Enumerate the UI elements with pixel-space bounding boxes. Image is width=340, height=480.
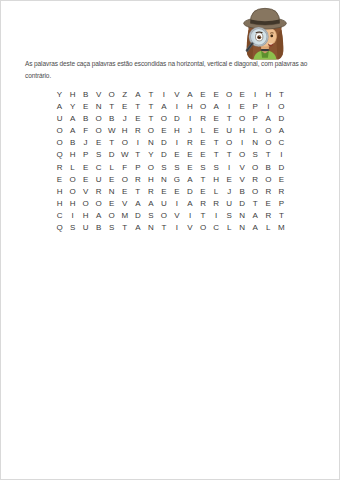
grid-cell[interactable]: I: [170, 100, 183, 112]
grid-cell[interactable]: I: [249, 88, 262, 100]
grid-cell[interactable]: P: [249, 100, 262, 112]
grid-cell[interactable]: O: [236, 149, 249, 161]
grid-cell[interactable]: N: [236, 210, 249, 222]
grid-cell[interactable]: A: [183, 198, 196, 210]
grid-cell[interactable]: T: [275, 88, 288, 100]
grid-cell[interactable]: T: [223, 149, 236, 161]
grid-cell[interactable]: E: [170, 149, 183, 161]
grid-cell[interactable]: S: [144, 210, 157, 222]
grid-cell[interactable]: R: [131, 125, 144, 137]
grid-cell[interactable]: H: [236, 125, 249, 137]
grid-cell[interactable]: H: [170, 125, 183, 137]
grid-cell[interactable]: H: [262, 88, 275, 100]
grid-cell[interactable]: E: [183, 161, 196, 173]
worksheet-page: As palavras deste caça palavras estão es…: [0, 0, 340, 480]
grid-cell[interactable]: I: [223, 100, 236, 112]
grid-cell[interactable]: D: [170, 112, 183, 124]
grid-cell[interactable]: T: [210, 149, 223, 161]
grid-cell[interactable]: I: [183, 210, 196, 222]
grid-cell[interactable]: Q: [53, 149, 66, 161]
grid-cell[interactable]: I: [223, 161, 236, 173]
grid-cell[interactable]: Z: [118, 88, 131, 100]
grid-cell[interactable]: Y: [66, 100, 79, 112]
grid-cell[interactable]: T: [223, 112, 236, 124]
grid-cell[interactable]: T: [118, 222, 131, 234]
grid-cell[interactable]: G: [170, 173, 183, 185]
grid-cell[interactable]: T: [197, 173, 210, 185]
grid-cell[interactable]: O: [262, 137, 275, 149]
grid-cell[interactable]: O: [144, 161, 157, 173]
grid-cell[interactable]: R: [183, 137, 196, 149]
grid-cell[interactable]: E: [131, 112, 144, 124]
grid-cell[interactable]: A: [157, 100, 170, 112]
grid-cell[interactable]: B: [66, 137, 79, 149]
grid-cell[interactable]: B: [92, 222, 105, 234]
grid-cell[interactable]: V: [79, 185, 92, 197]
grid-cell[interactable]: A: [131, 222, 144, 234]
grid-cell[interactable]: H: [210, 173, 223, 185]
grid-cell[interactable]: R: [92, 185, 105, 197]
instructions-text: As palavras deste caça palavras estão es…: [25, 58, 327, 81]
grid-cell[interactable]: O: [262, 173, 275, 185]
grid-cell[interactable]: Q: [53, 222, 66, 234]
grid-cell[interactable]: U: [53, 112, 66, 124]
grid-cell[interactable]: O: [92, 125, 105, 137]
grid-cell[interactable]: A: [92, 210, 105, 222]
grid-cell[interactable]: S: [223, 210, 236, 222]
grid-cell[interactable]: E: [79, 173, 92, 185]
grid-cell[interactable]: E: [183, 149, 196, 161]
grid-cell[interactable]: E: [53, 173, 66, 185]
grid-cell[interactable]: I: [66, 210, 79, 222]
grid-cell[interactable]: O: [223, 137, 236, 149]
grid-cell[interactable]: F: [118, 161, 131, 173]
grid-cell[interactable]: O: [53, 137, 66, 149]
grid-cell[interactable]: V: [170, 210, 183, 222]
grid-cell[interactable]: O: [118, 137, 131, 149]
grid-cell[interactable]: C: [53, 210, 66, 222]
grid-cell[interactable]: H: [53, 185, 66, 197]
grid-cell[interactable]: I: [275, 149, 288, 161]
grid-cell[interactable]: O: [79, 198, 92, 210]
grid-cell[interactable]: A: [131, 198, 144, 210]
grid-cell[interactable]: O: [223, 88, 236, 100]
grid-cell[interactable]: A: [249, 222, 262, 234]
grid-cell[interactable]: A: [210, 100, 223, 112]
grid-cell[interactable]: N: [144, 137, 157, 149]
grid-cell[interactable]: N: [157, 173, 170, 185]
grid-cell[interactable]: O: [262, 125, 275, 137]
grid-cell[interactable]: E: [262, 198, 275, 210]
grid-cell[interactable]: T: [249, 198, 262, 210]
grid-cell[interactable]: H: [66, 149, 79, 161]
grid-cell[interactable]: J: [79, 137, 92, 149]
grid-cell[interactable]: O: [236, 112, 249, 124]
grid-cell[interactable]: I: [183, 112, 196, 124]
grid-cell[interactable]: T: [197, 210, 210, 222]
grid-cell[interactable]: P: [131, 161, 144, 173]
grid-cell[interactable]: I: [170, 222, 183, 234]
grid-cell[interactable]: D: [131, 210, 144, 222]
grid-cell[interactable]: E: [197, 149, 210, 161]
grid-cell[interactable]: S: [249, 149, 262, 161]
grid-cell[interactable]: S: [197, 161, 210, 173]
grid-cell[interactable]: E: [223, 173, 236, 185]
grid-cell[interactable]: O: [144, 125, 157, 137]
grid-cell[interactable]: B: [262, 161, 275, 173]
grid-cell[interactable]: O: [118, 173, 131, 185]
grid-cell[interactable]: E: [105, 198, 118, 210]
grid-cell[interactable]: L: [66, 161, 79, 173]
grid-cell[interactable]: F: [79, 125, 92, 137]
grid-cell[interactable]: L: [197, 125, 210, 137]
grid-cell[interactable]: E: [197, 185, 210, 197]
grid-cell[interactable]: B: [236, 185, 249, 197]
grid-cell[interactable]: A: [249, 210, 262, 222]
grid-cell[interactable]: O: [92, 112, 105, 124]
grid-cell[interactable]: E: [118, 185, 131, 197]
grid-cell[interactable]: O: [53, 125, 66, 137]
grid-cell[interactable]: R: [262, 210, 275, 222]
grid-cell[interactable]: H: [66, 198, 79, 210]
grid-cell[interactable]: E: [79, 100, 92, 112]
grid-cell[interactable]: M: [275, 222, 288, 234]
grid-cell[interactable]: P: [275, 198, 288, 210]
grid-cell[interactable]: E: [275, 173, 288, 185]
grid-cell[interactable]: O: [66, 173, 79, 185]
grid-cell[interactable]: Y: [53, 88, 66, 100]
grid-cell[interactable]: E: [210, 112, 223, 124]
grid-cell[interactable]: A: [131, 88, 144, 100]
grid-cell[interactable]: L: [223, 222, 236, 234]
grid-cell[interactable]: E: [170, 185, 183, 197]
grid-cell[interactable]: A: [144, 198, 157, 210]
grid-cell[interactable]: O: [157, 112, 170, 124]
grid-cell[interactable]: B: [79, 88, 92, 100]
grid-cell[interactable]: J: [118, 112, 131, 124]
grid-cell[interactable]: E: [210, 125, 223, 137]
grid-cell[interactable]: O: [197, 100, 210, 112]
grid-cell[interactable]: U: [79, 222, 92, 234]
grid-cell[interactable]: C: [210, 222, 223, 234]
grid-cell[interactable]: V: [236, 161, 249, 173]
grid-cell[interactable]: H: [144, 173, 157, 185]
grid-cell[interactable]: E: [92, 137, 105, 149]
grid-cell[interactable]: A: [53, 100, 66, 112]
grid-cell[interactable]: T: [131, 100, 144, 112]
grid-cell[interactable]: E: [157, 125, 170, 137]
grid-cell[interactable]: T: [210, 137, 223, 149]
grid-cell[interactable]: H: [79, 210, 92, 222]
grid-cell[interactable]: T: [262, 149, 275, 161]
grid-cell[interactable]: B: [105, 112, 118, 124]
grid-cell[interactable]: I: [157, 88, 170, 100]
grid-cell[interactable]: T: [105, 100, 118, 112]
grid-cell[interactable]: E: [197, 137, 210, 149]
grid-cell[interactable]: H: [183, 100, 196, 112]
grid-cell[interactable]: C: [275, 137, 288, 149]
grid-cell[interactable]: T: [144, 100, 157, 112]
grid-cell[interactable]: E: [197, 88, 210, 100]
grid-cell[interactable]: L: [210, 185, 223, 197]
grid-cell[interactable]: R: [144, 185, 157, 197]
grid-cell[interactable]: L: [249, 125, 262, 137]
grid-cell[interactable]: O: [92, 198, 105, 210]
grid-cell[interactable]: D: [105, 149, 118, 161]
grid-cell[interactable]: O: [249, 185, 262, 197]
grid-cell[interactable]: D: [275, 161, 288, 173]
grid-cell[interactable]: R: [53, 161, 66, 173]
grid-cell[interactable]: I: [170, 198, 183, 210]
grid-cell[interactable]: T: [131, 185, 144, 197]
grid-cell[interactable]: A: [262, 112, 275, 124]
grid-cell[interactable]: S: [66, 222, 79, 234]
grid-cell[interactable]: P: [249, 112, 262, 124]
grid-cell[interactable]: A: [66, 125, 79, 137]
grid-cell[interactable]: E: [157, 185, 170, 197]
grid-cell[interactable]: A: [183, 88, 196, 100]
grid-cell[interactable]: R: [197, 198, 210, 210]
grid-cell[interactable]: V: [92, 88, 105, 100]
grid-cell[interactable]: S: [92, 149, 105, 161]
grid-cell[interactable]: N: [144, 222, 157, 234]
grid-cell[interactable]: P: [79, 149, 92, 161]
grid-cell[interactable]: T: [157, 222, 170, 234]
word-search-grid: YHBVOZATIVAEEOEIHTAYENTETTAIHOAIEPIOUABO…: [53, 88, 288, 234]
grid-cell[interactable]: V: [170, 88, 183, 100]
grid-cell[interactable]: T: [144, 112, 157, 124]
grid-cell[interactable]: D: [275, 112, 288, 124]
grid-cell[interactable]: R: [197, 112, 210, 124]
grid-cell[interactable]: O: [249, 161, 262, 173]
grid-cell[interactable]: A: [66, 112, 79, 124]
grid-cell[interactable]: V: [236, 173, 249, 185]
grid-cell[interactable]: I: [170, 137, 183, 149]
grid-cell[interactable]: T: [105, 137, 118, 149]
grid-cell[interactable]: D: [157, 149, 170, 161]
grid-cell[interactable]: V: [118, 198, 131, 210]
grid-cell[interactable]: E: [236, 88, 249, 100]
grid-cell[interactable]: I: [262, 100, 275, 112]
grid-cell[interactable]: O: [197, 222, 210, 234]
grid-cell[interactable]: E: [118, 100, 131, 112]
grid-cell[interactable]: N: [92, 100, 105, 112]
grid-cell[interactable]: E: [79, 161, 92, 173]
grid-cell[interactable]: A: [275, 125, 288, 137]
grid-cell[interactable]: U: [223, 125, 236, 137]
grid-cell[interactable]: J: [223, 185, 236, 197]
grid-cell[interactable]: S: [157, 161, 170, 173]
grid-cell[interactable]: H: [118, 125, 131, 137]
grid-cell[interactable]: O: [66, 185, 79, 197]
grid-cell[interactable]: I: [236, 137, 249, 149]
grid-cell[interactable]: B: [79, 112, 92, 124]
grid-cell[interactable]: W: [118, 149, 131, 161]
grid-cell[interactable]: O: [275, 100, 288, 112]
grid-cell[interactable]: E: [236, 100, 249, 112]
grid-cell[interactable]: U: [92, 173, 105, 185]
grid-cell[interactable]: R: [275, 185, 288, 197]
grid-cell[interactable]: W: [105, 125, 118, 137]
grid-cell[interactable]: N: [249, 137, 262, 149]
grid-cell[interactable]: R: [262, 185, 275, 197]
grid-cell[interactable]: M: [118, 210, 131, 222]
grid-cell[interactable]: D: [236, 198, 249, 210]
grid-cell[interactable]: A: [183, 173, 196, 185]
grid-cell[interactable]: S: [210, 161, 223, 173]
grid-cell[interactable]: D: [183, 185, 196, 197]
grid-cell[interactable]: U: [157, 198, 170, 210]
grid-cell[interactable]: H: [66, 88, 79, 100]
grid-cell[interactable]: E: [210, 88, 223, 100]
grid-cell[interactable]: T: [144, 88, 157, 100]
grid-cell[interactable]: R: [249, 173, 262, 185]
grid-cell[interactable]: Y: [144, 149, 157, 161]
grid-cell[interactable]: L: [262, 222, 275, 234]
grid-cell[interactable]: V: [183, 222, 196, 234]
grid-cell[interactable]: T: [275, 210, 288, 222]
grid-cell[interactable]: J: [183, 125, 196, 137]
grid-cell[interactable]: U: [223, 198, 236, 210]
grid-cell[interactable]: I: [131, 137, 144, 149]
grid-cell[interactable]: C: [92, 161, 105, 173]
grid-cell[interactable]: E: [105, 173, 118, 185]
grid-cell[interactable]: R: [131, 173, 144, 185]
grid-cell[interactable]: O: [105, 210, 118, 222]
grid-cell[interactable]: I: [210, 210, 223, 222]
grid-cell[interactable]: T: [131, 149, 144, 161]
grid-cell[interactable]: S: [170, 161, 183, 173]
grid-cell[interactable]: O: [157, 210, 170, 222]
grid-cell[interactable]: D: [157, 137, 170, 149]
grid-cell[interactable]: O: [105, 88, 118, 100]
grid-cell[interactable]: N: [236, 222, 249, 234]
detective-avatar-illustration: [236, 4, 294, 61]
grid-cell[interactable]: L: [105, 161, 118, 173]
grid-cell[interactable]: S: [105, 222, 118, 234]
grid-cell[interactable]: R: [210, 198, 223, 210]
grid-cell[interactable]: N: [105, 185, 118, 197]
grid-cell[interactable]: H: [53, 198, 66, 210]
